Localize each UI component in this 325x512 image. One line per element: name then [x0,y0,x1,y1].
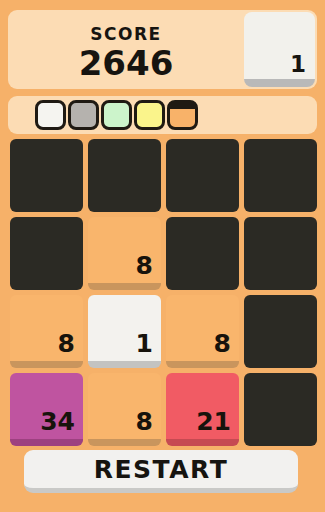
swatch-tile-2 [68,100,99,130]
swatch-tile-3 [101,100,132,130]
empty-cell [244,295,317,368]
tile-8: 8 [88,217,161,290]
empty-cell [244,139,317,212]
tile-value: 34 [40,409,75,434]
tile-value: 1 [136,331,153,356]
game-board[interactable]: 881834821 [10,139,317,446]
tile-value: 8 [214,331,231,356]
tile-palette-panel [8,96,317,134]
swatch-tile-5 [134,100,165,130]
empty-cell [88,139,161,212]
next-tile-preview: 1 [244,12,315,87]
swatch-tile-1 [35,100,66,130]
next-tile-value: 1 [290,51,306,77]
score-value: 2646 [8,43,244,83]
empty-cell [10,217,83,290]
swatch-tile-8 [167,100,198,130]
empty-cell [166,139,239,212]
tile-34: 34 [10,373,83,446]
tile-value: 8 [136,253,153,278]
tile-1: 1 [88,295,161,368]
restart-button[interactable]: RESTART [24,450,298,493]
empty-cell [244,217,317,290]
tile-value: 8 [136,409,153,434]
tile-8: 8 [88,373,161,446]
tile-value: 8 [58,331,75,356]
tile-color-swatches [35,100,198,130]
tile-8: 8 [166,295,239,368]
tile-value: 21 [196,409,231,434]
empty-cell [244,373,317,446]
score-panel: SCORE 2646 1 [8,10,317,89]
score-label: SCORE [8,24,244,44]
tile-8: 8 [10,295,83,368]
empty-cell [10,139,83,212]
empty-cell [166,217,239,290]
tile-21: 21 [166,373,239,446]
